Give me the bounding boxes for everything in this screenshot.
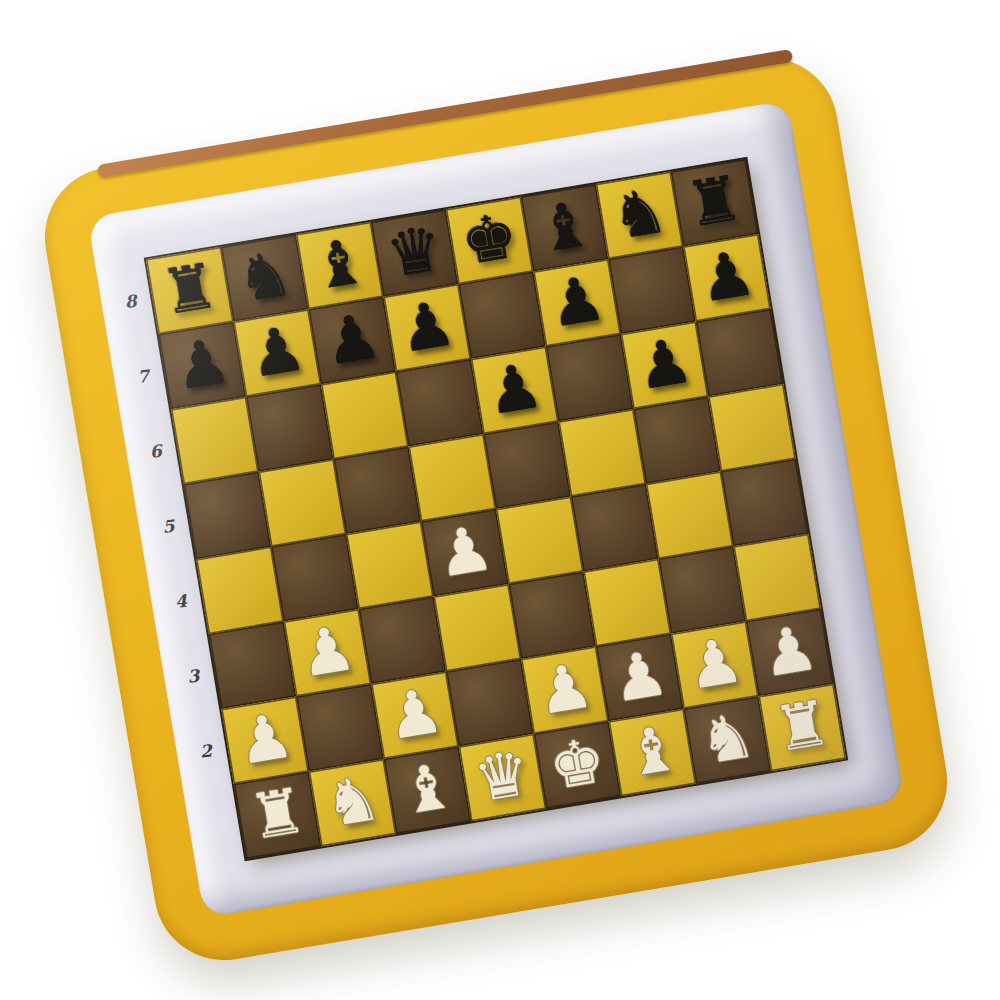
piece-black-pawn[interactable]: ♟ <box>159 322 247 410</box>
square-d3[interactable] <box>434 584 522 672</box>
rank-label: 7 <box>122 337 164 416</box>
rank-label: 6 <box>135 412 177 491</box>
square-f1[interactable]: ♝ <box>609 709 697 797</box>
square-g5[interactable] <box>633 396 721 484</box>
piece-black-king[interactable]: ♚ <box>446 197 534 285</box>
square-h6[interactable] <box>696 309 784 397</box>
square-g2[interactable]: ♟ <box>671 621 759 709</box>
tin-inner-wall: 8765432 ♜♞♝♛♚♝♞♜♟♟♟♟♟♟♟♟♟♟♟♟♟♟♟♟♜♞♝♛♚♝♞♜ <box>87 100 904 917</box>
square-f8[interactable]: ♝ <box>521 184 609 272</box>
square-c6[interactable] <box>321 372 409 460</box>
piece-white-queen[interactable]: ♛ <box>459 734 547 822</box>
piece-white-pawn[interactable]: ♟ <box>371 671 459 759</box>
square-h4[interactable] <box>721 459 809 547</box>
square-e8[interactable]: ♚ <box>446 197 534 285</box>
square-b1[interactable]: ♞ <box>309 759 397 847</box>
piece-white-pawn[interactable]: ♟ <box>221 697 309 785</box>
piece-white-pawn[interactable]: ♟ <box>284 609 372 697</box>
square-h8[interactable]: ♜ <box>671 159 759 247</box>
square-h2[interactable]: ♟ <box>746 609 834 697</box>
square-b6[interactable] <box>246 384 334 472</box>
square-b5[interactable] <box>259 459 347 547</box>
square-d6[interactable] <box>396 359 484 447</box>
piece-black-pawn[interactable]: ♟ <box>233 309 321 397</box>
chess-tin-tray: 8765432 ♜♞♝♛♚♝♞♜♟♟♟♟♟♟♟♟♟♟♟♟♟♟♟♟♜♞♝♛♚♝♞♜ <box>34 47 957 970</box>
piece-black-pawn[interactable]: ♟ <box>533 259 621 347</box>
square-c3[interactable] <box>359 597 447 685</box>
piece-black-bishop[interactable]: ♝ <box>296 222 384 310</box>
square-b3[interactable]: ♟ <box>284 609 372 697</box>
rank-label: 2 <box>185 712 227 791</box>
square-c1[interactable]: ♝ <box>384 746 472 834</box>
square-g6[interactable]: ♟ <box>621 321 709 409</box>
square-g8[interactable]: ♞ <box>596 172 684 260</box>
square-a6[interactable] <box>171 397 259 485</box>
square-b7[interactable]: ♟ <box>233 309 321 397</box>
piece-black-pawn[interactable]: ♟ <box>683 234 771 322</box>
piece-black-queen[interactable]: ♛ <box>371 209 459 297</box>
board: ♜♞♝♛♚♝♞♜♟♟♟♟♟♟♟♟♟♟♟♟♟♟♟♟♜♞♝♛♚♝♞♜ <box>146 159 846 859</box>
square-a3[interactable] <box>209 622 297 710</box>
square-d2[interactable] <box>446 659 534 747</box>
piece-white-rook[interactable]: ♜ <box>234 772 322 860</box>
square-h5[interactable] <box>708 384 796 472</box>
square-f7[interactable]: ♟ <box>533 259 621 347</box>
square-a4[interactable] <box>196 547 284 635</box>
square-e4[interactable] <box>496 496 584 584</box>
square-d5[interactable] <box>408 434 496 522</box>
piece-white-knight[interactable]: ♞ <box>684 696 772 784</box>
square-d7[interactable]: ♟ <box>383 284 471 372</box>
square-h1[interactable]: ♜ <box>759 684 847 772</box>
square-g7[interactable] <box>608 246 696 334</box>
piece-white-pawn[interactable]: ♟ <box>421 509 509 597</box>
square-b2[interactable] <box>296 684 384 772</box>
square-h3[interactable] <box>733 534 821 622</box>
square-c5[interactable] <box>334 447 422 535</box>
square-e6[interactable]: ♟ <box>471 347 559 435</box>
square-b4[interactable] <box>271 534 359 622</box>
piece-black-bishop[interactable]: ♝ <box>521 184 609 272</box>
rank-label: 5 <box>147 487 189 566</box>
square-d1[interactable]: ♛ <box>459 734 547 822</box>
piece-black-knight[interactable]: ♞ <box>596 172 684 260</box>
square-c4[interactable] <box>346 522 434 610</box>
square-f5[interactable] <box>558 409 646 497</box>
square-a1[interactable]: ♜ <box>234 772 322 860</box>
rank-label: 8 <box>110 262 152 341</box>
piece-white-pawn[interactable]: ♟ <box>671 621 759 709</box>
rank-label <box>197 786 239 865</box>
square-c2[interactable]: ♟ <box>371 671 459 759</box>
square-f4[interactable] <box>571 484 659 572</box>
piece-white-pawn[interactable]: ♟ <box>521 646 609 734</box>
square-h7[interactable]: ♟ <box>683 234 771 322</box>
piece-white-pawn[interactable]: ♟ <box>746 609 834 697</box>
square-g3[interactable] <box>658 546 746 634</box>
photo-background: 8765432 ♜♞♝♛♚♝♞♜♟♟♟♟♟♟♟♟♟♟♟♟♟♟♟♟♜♞♝♛♚♝♞♜ <box>0 0 1000 1000</box>
square-e5[interactable] <box>483 421 571 509</box>
square-c7[interactable]: ♟ <box>308 297 396 385</box>
square-e3[interactable] <box>509 571 597 659</box>
square-b8[interactable]: ♞ <box>221 234 309 322</box>
square-d4[interactable]: ♟ <box>421 509 509 597</box>
square-d8[interactable]: ♛ <box>371 209 459 297</box>
square-e7[interactable] <box>458 272 546 360</box>
piece-white-pawn[interactable]: ♟ <box>596 634 684 722</box>
piece-black-rook[interactable]: ♜ <box>671 159 759 247</box>
square-e2[interactable]: ♟ <box>521 646 609 734</box>
piece-black-pawn[interactable]: ♟ <box>471 347 559 435</box>
square-f2[interactable]: ♟ <box>596 634 684 722</box>
square-g1[interactable]: ♞ <box>684 696 772 784</box>
square-f3[interactable] <box>584 559 672 647</box>
square-f6[interactable] <box>546 334 634 422</box>
square-a2[interactable]: ♟ <box>221 697 309 785</box>
piece-black-knight[interactable]: ♞ <box>221 234 309 322</box>
square-g4[interactable] <box>646 471 734 559</box>
square-c8[interactable]: ♝ <box>296 222 384 310</box>
piece-black-pawn[interactable]: ♟ <box>383 284 471 372</box>
piece-black-pawn[interactable]: ♟ <box>308 297 396 385</box>
square-a7[interactable]: ♟ <box>159 322 247 410</box>
square-a8[interactable]: ♜ <box>146 247 234 335</box>
square-e1[interactable]: ♚ <box>534 721 622 809</box>
piece-black-rook[interactable]: ♜ <box>146 247 234 335</box>
piece-white-king[interactable]: ♚ <box>534 721 622 809</box>
rank-label: 3 <box>172 637 214 716</box>
piece-white-bishop[interactable]: ♝ <box>609 709 697 797</box>
piece-white-bishop[interactable]: ♝ <box>384 746 472 834</box>
piece-black-pawn[interactable]: ♟ <box>621 321 709 409</box>
square-a5[interactable] <box>184 472 272 560</box>
rank-label: 4 <box>160 562 202 641</box>
piece-white-rook[interactable]: ♜ <box>759 684 847 772</box>
piece-white-knight[interactable]: ♞ <box>309 759 397 847</box>
